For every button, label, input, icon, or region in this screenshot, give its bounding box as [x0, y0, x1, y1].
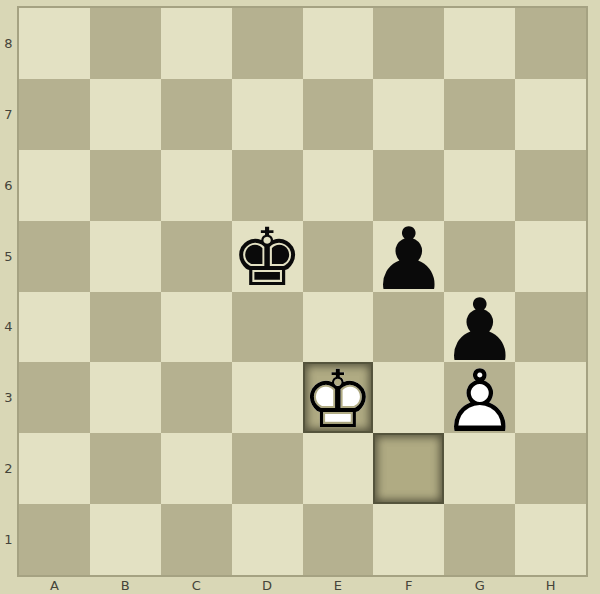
chess-board: ♚♟♟♚♔♟♙: [17, 6, 588, 577]
rank-label-3: 3: [0, 362, 17, 433]
square-g7[interactable]: [444, 79, 515, 150]
square-c4[interactable]: [161, 292, 232, 363]
square-d5[interactable]: ♚: [232, 221, 303, 292]
board-grid: ♚♟♟♚♔♟♙: [19, 8, 586, 575]
square-f7[interactable]: [373, 79, 444, 150]
rank-label-6: 6: [0, 150, 17, 221]
square-b2[interactable]: [90, 433, 161, 504]
rank-label-5: 5: [0, 221, 17, 292]
file-label-d: D: [232, 576, 303, 594]
piece-white-king-e3[interactable]: ♚♔: [303, 362, 374, 433]
square-b3[interactable]: [90, 362, 161, 433]
square-b1[interactable]: [90, 504, 161, 575]
black-pawn-glyph: ♟: [373, 224, 444, 295]
square-e7[interactable]: [303, 79, 374, 150]
square-e2[interactable]: [303, 433, 374, 504]
square-g1[interactable]: [444, 504, 515, 575]
square-h3[interactable]: [515, 362, 586, 433]
square-b4[interactable]: [90, 292, 161, 363]
square-e4[interactable]: [303, 292, 374, 363]
square-a8[interactable]: [19, 8, 90, 79]
square-f4[interactable]: [373, 292, 444, 363]
square-c7[interactable]: [161, 79, 232, 150]
square-a2[interactable]: [19, 433, 90, 504]
file-label-g: G: [444, 576, 515, 594]
square-b5[interactable]: [90, 221, 161, 292]
rank-labels: 87654321: [0, 8, 17, 575]
square-a6[interactable]: [19, 150, 90, 221]
square-b8[interactable]: [90, 8, 161, 79]
square-d7[interactable]: [232, 79, 303, 150]
chess-app-screen: 87654321 ♚♟♟♚♔♟♙ ABCDEFGH: [0, 0, 600, 594]
square-d6[interactable]: [232, 150, 303, 221]
square-c1[interactable]: [161, 504, 232, 575]
rank-label-4: 4: [0, 292, 17, 363]
file-label-e: E: [303, 576, 374, 594]
square-g6[interactable]: [444, 150, 515, 221]
square-e1[interactable]: [303, 504, 374, 575]
square-f3[interactable]: [373, 362, 444, 433]
square-d3[interactable]: [232, 362, 303, 433]
square-h7[interactable]: [515, 79, 586, 150]
square-f1[interactable]: [373, 504, 444, 575]
white-pawn-glyph: ♟: [444, 365, 515, 436]
square-h5[interactable]: [515, 221, 586, 292]
square-a7[interactable]: [19, 79, 90, 150]
square-c3[interactable]: [161, 362, 232, 433]
file-label-f: F: [373, 576, 444, 594]
file-label-c: C: [161, 576, 232, 594]
white-king-glyph: ♚: [303, 364, 374, 435]
square-f6[interactable]: [373, 150, 444, 221]
square-c8[interactable]: [161, 8, 232, 79]
square-e6[interactable]: [303, 150, 374, 221]
square-h2[interactable]: [515, 433, 586, 504]
square-a5[interactable]: [19, 221, 90, 292]
file-label-h: H: [515, 576, 586, 594]
file-label-b: B: [90, 576, 161, 594]
piece-black-king-d5[interactable]: ♚: [232, 221, 303, 292]
square-a1[interactable]: [19, 504, 90, 575]
square-h4[interactable]: [515, 292, 586, 363]
white-pawn-outline-icon: ♙: [444, 365, 515, 436]
square-e8[interactable]: [303, 8, 374, 79]
piece-black-pawn-f5[interactable]: ♟: [373, 221, 444, 292]
square-f8[interactable]: [373, 8, 444, 79]
square-c6[interactable]: [161, 150, 232, 221]
black-king-glyph: ♚: [232, 223, 303, 294]
square-e3[interactable]: ♚♔: [303, 362, 374, 433]
rank-label-2: 2: [0, 433, 17, 504]
square-g3[interactable]: ♟♙: [444, 362, 515, 433]
square-f2[interactable]: [373, 433, 444, 504]
piece-black-pawn-g4[interactable]: ♟: [444, 292, 515, 363]
square-a4[interactable]: [19, 292, 90, 363]
square-a3[interactable]: [19, 362, 90, 433]
square-f5[interactable]: ♟: [373, 221, 444, 292]
rank-label-1: 1: [0, 504, 17, 575]
black-pawn-glyph: ♟: [444, 295, 515, 366]
square-h8[interactable]: [515, 8, 586, 79]
piece-white-pawn-g3[interactable]: ♟♙: [444, 362, 515, 433]
square-d4[interactable]: [232, 292, 303, 363]
file-labels: ABCDEFGH: [19, 576, 586, 594]
square-g8[interactable]: [444, 8, 515, 79]
rank-label-7: 7: [0, 79, 17, 150]
square-b6[interactable]: [90, 150, 161, 221]
square-h6[interactable]: [515, 150, 586, 221]
square-h1[interactable]: [515, 504, 586, 575]
square-c5[interactable]: [161, 221, 232, 292]
square-g2[interactable]: [444, 433, 515, 504]
square-d8[interactable]: [232, 8, 303, 79]
file-label-a: A: [19, 576, 90, 594]
square-g5[interactable]: [444, 221, 515, 292]
square-c2[interactable]: [161, 433, 232, 504]
square-e5[interactable]: [303, 221, 374, 292]
square-b7[interactable]: [90, 79, 161, 150]
white-king-outline-icon: ♔: [303, 364, 374, 435]
square-d1[interactable]: [232, 504, 303, 575]
square-d2[interactable]: [232, 433, 303, 504]
square-g4[interactable]: ♟: [444, 292, 515, 363]
rank-label-8: 8: [0, 8, 17, 79]
